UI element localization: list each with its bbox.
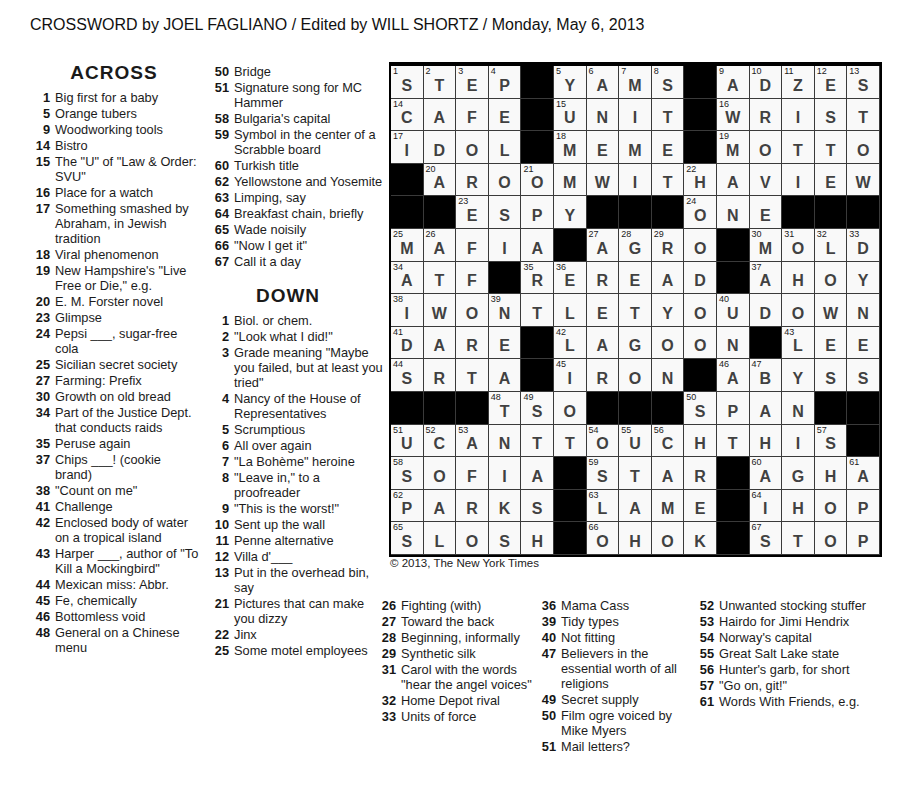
grid-cell-r9c6[interactable]: 42L [554, 327, 587, 360]
grid-cell-r4c13[interactable]: I [782, 164, 815, 197]
grid-cell-r13c12[interactable]: 60A [750, 457, 783, 490]
clue-text: Fe, chemically [55, 593, 200, 608]
grid-cell-r1c8[interactable]: 7M [619, 66, 652, 99]
clue-text: "Now I get it" [234, 238, 387, 253]
grid-cell-r12c2[interactable]: 52C [424, 425, 457, 458]
clue-text: Jinx [234, 627, 387, 642]
cell-number: 47 [752, 359, 762, 369]
grid-cell-r6c7[interactable]: 27A [587, 229, 620, 262]
down-clue-2: 2"Look what I did!" [207, 329, 387, 344]
grid-cell-r7c2[interactable]: T [424, 262, 457, 295]
grid-cell-r6c8[interactable]: 28G [619, 229, 652, 262]
cell-letter: I [554, 370, 586, 388]
grid-cell-r13c5[interactable]: A [521, 457, 554, 490]
grid-cell-r14c3[interactable]: R [456, 490, 489, 523]
grid-cell-r6c4[interactable]: I [489, 229, 522, 262]
clue-text: Harper ___, author of "To Kill a Mocking… [55, 546, 200, 576]
grid-cell-r2c11[interactable]: 16W [717, 99, 750, 132]
grid-cell-r7c9[interactable]: A [652, 262, 685, 295]
down-clue-56: 56Hunter's garb, for short [692, 662, 888, 677]
grid-cell-r8c14[interactable]: W [815, 294, 848, 327]
down-clue-55: 55Great Salt Lake state [692, 646, 888, 661]
black-cell-r5c13 [782, 196, 815, 229]
grid-cell-r8c5[interactable]: T [521, 294, 554, 327]
grid-cell-r15c8[interactable]: H [619, 522, 652, 555]
grid-cell-r2c9[interactable]: T [652, 99, 685, 132]
black-cell-r5c14 [815, 196, 848, 229]
cell-letter: E [554, 272, 586, 290]
grid-cell-r13c15[interactable]: 61A [847, 457, 880, 490]
grid-cell-r14c2[interactable]: A [424, 490, 457, 523]
grid-cell-r6c3[interactable]: F [456, 229, 489, 262]
grid-cell-r12c12[interactable]: H [750, 425, 783, 458]
black-cell-r5c2 [424, 196, 457, 229]
clue-number: 15 [28, 154, 50, 184]
clue-text: Tidy types [561, 614, 692, 629]
across-clue-23: 23Glimpse [28, 310, 200, 325]
grid-cell-r12c8[interactable]: 55U [619, 425, 652, 458]
grid-cell-r12c14[interactable]: 57S [815, 425, 848, 458]
cell-letter: O [456, 305, 488, 323]
down-clue-list-2: 26Fighting (with)27Toward the back28Begi… [374, 598, 532, 724]
black-cell-r1c5 [521, 66, 554, 99]
grid-cell-r3c7[interactable]: E [587, 131, 620, 164]
grid-cell-r3c6[interactable]: 18M [554, 131, 587, 164]
grid-cell-r3c12[interactable]: O [750, 131, 783, 164]
grid-cell-r10c8[interactable]: O [619, 359, 652, 392]
grid-cell-r8c11[interactable]: 40U [717, 294, 750, 327]
grid-cell-r12c5[interactable]: T [521, 425, 554, 458]
clue-number: 20 [28, 294, 50, 309]
grid-cell-r7c1[interactable]: 34A [391, 262, 424, 295]
down-clue-49: 49Secret supply [534, 692, 692, 707]
clue-text: Growth on old bread [55, 389, 200, 404]
cell-number: 27 [589, 229, 599, 239]
grid-cell-r13c4[interactable]: I [489, 457, 522, 490]
grid-cell-r9c1[interactable]: 41D [391, 327, 424, 360]
grid-cell-r10c7[interactable]: R [587, 359, 620, 392]
cell-number: 45 [556, 359, 566, 369]
grid-cell-r14c15[interactable]: P [847, 490, 880, 523]
grid-cell-r8c9[interactable]: Y [652, 294, 685, 327]
cell-number: 13 [849, 66, 859, 76]
grid-cell-r4c14[interactable]: E [815, 164, 848, 197]
cell-number: 56 [654, 425, 664, 435]
grid-cell-r15c9[interactable]: O [652, 522, 685, 555]
grid-cell-r3c8[interactable]: M [619, 131, 652, 164]
grid-cell-r10c2[interactable]: R [424, 359, 457, 392]
across-clue-58: 58Bulgaria's capital [207, 111, 387, 126]
grid-cell-r1c4[interactable]: 4P [489, 66, 522, 99]
grid-cell-r2c6[interactable]: 15U [554, 99, 587, 132]
grid-cell-r1c2[interactable]: 2T [424, 66, 457, 99]
cell-letter: A [521, 468, 553, 486]
clue-number: 33 [374, 709, 396, 724]
grid-cell-r15c7[interactable]: 66O [587, 522, 620, 555]
grid-cell-r9c7[interactable]: A [587, 327, 620, 360]
cell-letter: T [815, 142, 847, 160]
grid-cell-r7c12[interactable]: 37A [750, 262, 783, 295]
grid-cell-r12c10[interactable]: H [684, 425, 717, 458]
down-header: DOWN [207, 285, 369, 307]
grid-cell-r1c13[interactable]: 11Z [782, 66, 815, 99]
grid-cell-r15c1[interactable]: 65S [391, 522, 424, 555]
grid-cell-r9c15[interactable]: E [847, 327, 880, 360]
grid-cell-r15c10[interactable]: K [684, 522, 717, 555]
grid-cell-r13c2[interactable]: O [424, 457, 457, 490]
grid-cell-r4c6[interactable]: M [554, 164, 587, 197]
grid-cell-r6c15[interactable]: 33D [847, 229, 880, 262]
clue-text: Villa d'___ [234, 549, 387, 564]
grid-cell-r7c6[interactable]: 36E [554, 262, 587, 295]
grid-cell-r13c1[interactable]: 58S [391, 457, 424, 490]
cell-letter: L [489, 142, 521, 160]
grid-cell-r2c14[interactable]: S [815, 99, 848, 132]
grid-cell-r2c3[interactable]: F [456, 99, 489, 132]
grid-cell-r12c9[interactable]: 56C [652, 425, 685, 458]
grid-cell-r7c13[interactable]: H [782, 262, 815, 295]
grid-cell-r10c15[interactable]: S [847, 359, 880, 392]
cell-letter: S [489, 533, 521, 551]
cell-letter: T [489, 403, 521, 421]
grid-cell-r9c11[interactable]: N [717, 327, 750, 360]
clue-number: 9 [28, 122, 50, 137]
grid-cell-r14c9[interactable]: M [652, 490, 685, 523]
grid-cell-r3c9[interactable]: E [652, 131, 685, 164]
grid-cell-r2c7[interactable]: N [587, 99, 620, 132]
grid-cell-r2c15[interactable]: T [847, 99, 880, 132]
cell-number: 37 [752, 262, 762, 272]
grid-cell-r5c4[interactable]: S [489, 196, 522, 229]
grid-cell-r10c3[interactable]: T [456, 359, 489, 392]
clue-number: 25 [207, 643, 229, 658]
clue-text: Penne alternative [234, 533, 387, 548]
grid-cell-r3c4[interactable]: L [489, 131, 522, 164]
clue-text: Toward the back [401, 614, 532, 629]
cell-letter: R [456, 337, 488, 355]
grid-cell-r13c8[interactable]: T [619, 457, 652, 490]
grid-cell-r1c15[interactable]: 13S [847, 66, 880, 99]
grid-cell-r4c11[interactable]: A [717, 164, 750, 197]
across-header: ACROSS [28, 62, 200, 84]
across-clue-1: 1Big first for a baby [28, 90, 200, 105]
black-cell-r3c5 [521, 131, 554, 164]
grid-cell-r8c10[interactable]: O [684, 294, 717, 327]
grid-cell-r1c6[interactable]: 5Y [554, 66, 587, 99]
grid-cell-r8c1[interactable]: 38I [391, 294, 424, 327]
cell-letter: I [391, 142, 423, 160]
cell-letter: N [717, 207, 749, 225]
cell-letter: F [456, 109, 488, 127]
grid-cell-r4c4[interactable]: O [489, 164, 522, 197]
grid-cell-r9c10[interactable]: O [684, 327, 717, 360]
down-clue-26: 26Fighting (with) [374, 598, 532, 613]
grid-cell-r6c2[interactable]: 26A [424, 229, 457, 262]
clue-number: 35 [28, 436, 50, 451]
grid-cell-r2c12[interactable]: R [750, 99, 783, 132]
grid-cell-r3c11[interactable]: 19M [717, 131, 750, 164]
grid-cell-r12c7[interactable]: 54O [587, 425, 620, 458]
grid-cell-r2c1[interactable]: 14C [391, 99, 424, 132]
down-clue-36: 36Mama Cass [534, 598, 692, 613]
grid-cell-r10c4[interactable]: A [489, 359, 522, 392]
down-clue-10: 10Sent up the wall [207, 517, 387, 532]
grid-cell-r6c13[interactable]: 31O [782, 229, 815, 262]
grid-cell-r11c11[interactable]: P [717, 392, 750, 425]
grid-cell-r15c4[interactable]: S [489, 522, 522, 555]
clue-number: 51 [207, 80, 229, 110]
grid-cell-r9c4[interactable]: E [489, 327, 522, 360]
grid-cell-r10c13[interactable]: Y [782, 359, 815, 392]
cell-letter: E [684, 500, 716, 518]
grid-cell-r7c14[interactable]: O [815, 262, 848, 295]
grid-cell-r2c2[interactable]: A [424, 99, 457, 132]
grid-cell-r3c1[interactable]: 17I [391, 131, 424, 164]
cell-number: 36 [556, 262, 566, 272]
cell-letter: O [684, 337, 716, 355]
grid-cell-r5c5[interactable]: P [521, 196, 554, 229]
clue-number: 10 [207, 517, 229, 532]
black-cell-r11c2 [424, 392, 457, 425]
clue-number: 2 [207, 329, 229, 344]
black-cell-r9c5 [521, 327, 554, 360]
grid-cell-r11c4[interactable]: 48T [489, 392, 522, 425]
grid-cell-r12c3[interactable]: 53A [456, 425, 489, 458]
across-clue-24: 24Pepsi ___, sugar-free cola [28, 326, 200, 356]
grid-cell-r14c12[interactable]: 64I [750, 490, 783, 523]
black-cell-r1c10 [684, 66, 717, 99]
grid-cell-r13c13[interactable]: G [782, 457, 815, 490]
grid-cell-r8c6[interactable]: L [554, 294, 587, 327]
clue-text: "Leave in," to a proofreader [234, 470, 387, 500]
cell-letter: I [782, 174, 814, 192]
cell-letter: O [815, 533, 847, 551]
grid-cell-r15c3[interactable]: O [456, 522, 489, 555]
cell-letter: N [717, 337, 749, 355]
grid-cell-r8c3[interactable]: O [456, 294, 489, 327]
cell-letter: E [815, 337, 847, 355]
grid-cell-r13c3[interactable]: F [456, 457, 489, 490]
grid-cell-r13c7[interactable]: 59S [587, 457, 620, 490]
grid-cell-r11c5[interactable]: 49S [521, 392, 554, 425]
black-cell-r6c11 [717, 229, 750, 262]
grid-cell-r12c4[interactable]: N [489, 425, 522, 458]
grid-cell-r5c6[interactable]: Y [554, 196, 587, 229]
grid-cell-r12c11[interactable]: T [717, 425, 750, 458]
across-clue-66: 66"Now I get it" [207, 238, 387, 253]
grid-cell-r12c1[interactable]: 51U [391, 425, 424, 458]
grid-cell-r3c2[interactable]: D [424, 131, 457, 164]
grid-cell-r1c3[interactable]: 3E [456, 66, 489, 99]
grid-cell-r7c7[interactable]: R [587, 262, 620, 295]
grid-cell-r6c5[interactable]: A [521, 229, 554, 262]
grid-cell-r3c13[interactable]: T [782, 131, 815, 164]
grid-cell-r4c5[interactable]: 21O [521, 164, 554, 197]
grid-cell-r12c13[interactable]: I [782, 425, 815, 458]
grid-cell-r8c4[interactable]: 39N [489, 294, 522, 327]
cell-letter: A [424, 500, 456, 518]
cell-number: 65 [393, 522, 403, 532]
grid-cell-r15c15[interactable]: P [847, 522, 880, 555]
grid-cell-r7c8[interactable]: E [619, 262, 652, 295]
down-clue-list-3: 36Mama Cass39Tidy types40Not fitting47Be… [534, 598, 692, 754]
grid-cell-r14c5[interactable]: S [521, 490, 554, 523]
grid-cell-r7c10[interactable]: D [684, 262, 717, 295]
cell-letter: C [391, 109, 423, 127]
grid-cell-r2c4[interactable]: E [489, 99, 522, 132]
grid-cell-r3c14[interactable]: T [815, 131, 848, 164]
grid-cell-r14c4[interactable]: K [489, 490, 522, 523]
grid-cell-r13c14[interactable]: H [815, 457, 848, 490]
grid-cell-r9c3[interactable]: R [456, 327, 489, 360]
grid-cell-r4c12[interactable]: V [750, 164, 783, 197]
grid-cell-r4c15[interactable]: W [847, 164, 880, 197]
grid-cell-r12c6[interactable]: T [554, 425, 587, 458]
cell-letter: S [391, 468, 423, 486]
grid-cell-r11c13[interactable]: N [782, 392, 815, 425]
grid-cell-r6c9[interactable]: 29R [652, 229, 685, 262]
grid-cell-r1c14[interactable]: 12E [815, 66, 848, 99]
across-clue-30: 30Growth on old bread [28, 389, 200, 404]
grid-cell-r8c13[interactable]: O [782, 294, 815, 327]
grid-cell-r8c12[interactable]: D [750, 294, 783, 327]
cell-letter: S [815, 370, 847, 388]
grid-cell-r14c13[interactable]: H [782, 490, 815, 523]
cell-letter: S [652, 77, 684, 95]
cell-letter: W [815, 305, 847, 323]
grid-cell-r8c15[interactable]: N [847, 294, 880, 327]
grid-cell-r9c14[interactable]: E [815, 327, 848, 360]
grid-cell-r14c10[interactable]: E [684, 490, 717, 523]
across-clue-45: 45Fe, chemically [28, 593, 200, 608]
grid-cell-r1c7[interactable]: 6A [587, 66, 620, 99]
across-clue-35: 35Peruse again [28, 436, 200, 451]
grid-cell-r5c11[interactable]: N [717, 196, 750, 229]
clue-number: 67 [207, 254, 229, 269]
grid-cell-r9c9[interactable]: O [652, 327, 685, 360]
grid-cell-r15c14[interactable]: O [815, 522, 848, 555]
grid-cell-r7c15[interactable]: Y [847, 262, 880, 295]
grid-cell-r14c7[interactable]: 63L [587, 490, 620, 523]
grid-cell-r6c1[interactable]: 25M [391, 229, 424, 262]
down-clue-53: 53Hairdo for Jimi Hendrix [692, 614, 888, 629]
down-clue-57: 57"Go on, git!" [692, 678, 888, 693]
grid-cell-r4c2[interactable]: 20A [424, 164, 457, 197]
grid-cell-r15c2[interactable]: L [424, 522, 457, 555]
grid-cell-r2c13[interactable]: I [782, 99, 815, 132]
grid-cell-r1c1[interactable]: 1S [391, 66, 424, 99]
cell-number: 6 [589, 66, 594, 76]
clue-column-1: ACROSS 1Big first for a baby5Orange tube… [28, 62, 200, 656]
black-cell-r5c8 [619, 196, 652, 229]
down-clue-3: 3Grade meaning "Maybe you failed, but at… [207, 345, 387, 390]
grid-cell-r2c8[interactable]: I [619, 99, 652, 132]
grid-cell-r4c3[interactable]: R [456, 164, 489, 197]
grid-cell-r11c10[interactable]: 50S [684, 392, 717, 425]
grid-cell-r14c1[interactable]: 62P [391, 490, 424, 523]
grid-cell-r1c9[interactable]: 8S [652, 66, 685, 99]
grid-cell-r4c7[interactable]: W [587, 164, 620, 197]
grid-cell-r13c9[interactable]: A [652, 457, 685, 490]
cell-number: 64 [752, 490, 762, 500]
cell-number: 33 [849, 229, 859, 239]
black-cell-r4c1 [391, 164, 424, 197]
grid-cell-r10c1[interactable]: 44S [391, 359, 424, 392]
grid-cell-r11c12[interactable]: A [750, 392, 783, 425]
grid-cell-r1c11[interactable]: 9A [717, 66, 750, 99]
cell-letter: Y [554, 207, 586, 225]
cell-letter: E [815, 174, 847, 192]
cell-letter: C [424, 435, 456, 453]
cell-number: 16 [719, 99, 729, 109]
clue-text: All over again [234, 438, 387, 453]
clue-text: Not fitting [561, 630, 692, 645]
grid-cell-r8c8[interactable]: T [619, 294, 652, 327]
clue-number: 50 [207, 64, 229, 79]
grid-cell-r15c13[interactable]: T [782, 522, 815, 555]
across-clue-list-1: 1Big first for a baby5Orange tubers9Wood… [28, 90, 200, 655]
clue-text: Bulgaria's capital [234, 111, 387, 126]
grid-cell-r10c11[interactable]: 46A [717, 359, 750, 392]
grid-cell-r4c8[interactable]: I [619, 164, 652, 197]
clue-column-2: 50Bridge51Signature song for MC Hammer58… [207, 64, 387, 659]
grid-cell-r5c12[interactable]: E [750, 196, 783, 229]
clue-text: New Hampshire's "Live Free or Die," e.g. [55, 263, 200, 293]
grid-cell-r4c9[interactable]: T [652, 164, 685, 197]
clue-number: 17 [28, 201, 50, 246]
cell-letter: S [750, 533, 782, 551]
grid-cell-r15c5[interactable]: H [521, 522, 554, 555]
grid-cell-r7c5[interactable]: 35R [521, 262, 554, 295]
cell-number: 53 [458, 425, 468, 435]
grid-cell-r5c10[interactable]: 24O [684, 196, 717, 229]
cell-letter: P [391, 500, 423, 518]
grid-cell-r10c6[interactable]: 45I [554, 359, 587, 392]
grid-cell-r14c14[interactable]: O [815, 490, 848, 523]
grid-cell-r7c3[interactable]: F [456, 262, 489, 295]
down-clue-29: 29Synthetic silk [374, 646, 532, 661]
cell-letter: M [619, 142, 651, 160]
grid-cell-r6c12[interactable]: 30M [750, 229, 783, 262]
grid-cell-r9c8[interactable]: G [619, 327, 652, 360]
grid-cell-r9c2[interactable]: A [424, 327, 457, 360]
grid-cell-r10c9[interactable]: N [652, 359, 685, 392]
grid-cell-r15c12[interactable]: 67S [750, 522, 783, 555]
grid-cell-r9c13[interactable]: 43L [782, 327, 815, 360]
grid-cell-r6c14[interactable]: 32L [815, 229, 848, 262]
down-clue-54: 54Norway's capital [692, 630, 888, 645]
grid-cell-r8c2[interactable]: W [424, 294, 457, 327]
cell-letter: N [652, 370, 684, 388]
grid-cell-r10c12[interactable]: 47B [750, 359, 783, 392]
grid-cell-r4c10[interactable]: 22H [684, 164, 717, 197]
cell-letter: R [684, 468, 716, 486]
grid-cell-r6c10[interactable]: O [684, 229, 717, 262]
grid-cell-r11c6[interactable]: O [554, 392, 587, 425]
grid-cell-r13c10[interactable]: R [684, 457, 717, 490]
grid-cell-r5c3[interactable]: 23E [456, 196, 489, 229]
grid-cell-r3c3[interactable]: O [456, 131, 489, 164]
grid-cell-r14c8[interactable]: A [619, 490, 652, 523]
across-clue-51: 51Signature song for MC Hammer [207, 80, 387, 110]
cell-number: 8 [654, 66, 659, 76]
grid-cell-r8c7[interactable]: E [587, 294, 620, 327]
grid-cell-r10c14[interactable]: S [815, 359, 848, 392]
cell-letter: A [652, 468, 684, 486]
grid-cell-r1c12[interactable]: 10D [750, 66, 783, 99]
cell-number: 63 [589, 490, 599, 500]
grid-cell-r3c15[interactable]: O [847, 131, 880, 164]
